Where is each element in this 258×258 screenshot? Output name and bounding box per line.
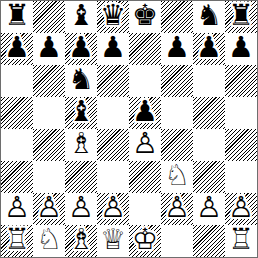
piece-halo: ♟	[129, 129, 161, 158]
piece-halo: ♚	[129, 225, 161, 254]
piece-halo: ♟	[65, 193, 97, 222]
square-f5[interactable]	[161, 97, 193, 129]
square-d5[interactable]	[97, 97, 129, 129]
square-c8[interactable]: ♝♝	[65, 1, 97, 33]
square-c6[interactable]: ♞♞	[65, 65, 97, 97]
piece-halo: ♞	[65, 65, 97, 94]
white-king: ♚♔	[129, 225, 161, 257]
square-c4[interactable]: ♝♗	[65, 129, 97, 161]
square-a3[interactable]	[1, 161, 33, 193]
square-a7[interactable]: ♟♟	[1, 33, 33, 65]
square-f1[interactable]	[161, 225, 193, 257]
piece-halo: ♟	[33, 193, 65, 222]
piece-halo: ♝	[65, 97, 97, 126]
white-queen: ♛♕	[97, 225, 129, 257]
piece-glyph: ♖	[1, 225, 33, 254]
piece-halo: ♜	[225, 225, 257, 254]
white-pawn: ♟♙	[129, 129, 161, 161]
square-b4[interactable]	[33, 129, 65, 161]
square-e8[interactable]: ♚♚	[129, 1, 161, 33]
black-pawn: ♟♟	[97, 33, 129, 65]
piece-glyph: ♙	[161, 193, 193, 222]
black-knight: ♞♞	[193, 1, 225, 33]
piece-glyph: ♙	[193, 193, 225, 222]
black-pawn: ♟♟	[129, 97, 161, 129]
square-b1[interactable]: ♞♘	[33, 225, 65, 257]
piece-halo: ♟	[193, 33, 225, 62]
square-h2[interactable]: ♟♙	[225, 193, 257, 225]
square-f8[interactable]	[161, 1, 193, 33]
black-bishop: ♝♝	[65, 97, 97, 129]
piece-halo: ♟	[193, 193, 225, 222]
black-bishop: ♝♝	[65, 1, 97, 33]
piece-halo: ♜	[225, 1, 257, 30]
square-h1[interactable]: ♜♖	[225, 225, 257, 257]
square-h5[interactable]	[225, 97, 257, 129]
piece-halo: ♟	[161, 33, 193, 62]
piece-glyph: ♙	[65, 193, 97, 222]
square-e6[interactable]	[129, 65, 161, 97]
black-pawn: ♟♟	[33, 33, 65, 65]
piece-glyph: ♝	[65, 1, 97, 30]
black-pawn: ♟♟	[225, 33, 257, 65]
square-c7[interactable]: ♟♟	[65, 33, 97, 65]
black-knight: ♞♞	[65, 65, 97, 97]
black-pawn: ♟♟	[161, 33, 193, 65]
piece-halo: ♞	[161, 161, 193, 190]
piece-glyph: ♟	[1, 33, 33, 62]
white-rook: ♜♖	[1, 225, 33, 257]
piece-halo: ♟	[161, 193, 193, 222]
piece-glyph: ♗	[65, 225, 97, 254]
square-g8[interactable]: ♞♞	[193, 1, 225, 33]
piece-glyph: ♙	[225, 193, 257, 222]
piece-glyph: ♗	[65, 129, 97, 158]
square-g2[interactable]: ♟♙	[193, 193, 225, 225]
white-bishop: ♝♗	[65, 225, 97, 257]
piece-glyph: ♞	[65, 65, 97, 94]
white-knight: ♞♘	[33, 225, 65, 257]
black-rook: ♜♜	[1, 1, 33, 33]
piece-halo: ♟	[97, 33, 129, 62]
white-pawn: ♟♙	[97, 193, 129, 225]
square-e5[interactable]: ♟♟	[129, 97, 161, 129]
piece-halo: ♜	[1, 225, 33, 254]
piece-halo: ♟	[225, 33, 257, 62]
square-f3[interactable]: ♞♘	[161, 161, 193, 193]
piece-glyph: ♟	[161, 33, 193, 62]
piece-halo: ♟	[129, 97, 161, 126]
black-king: ♚♚	[129, 1, 161, 33]
square-e2[interactable]	[129, 193, 161, 225]
white-rook: ♜♖	[225, 225, 257, 257]
white-pawn: ♟♙	[33, 193, 65, 225]
piece-glyph: ♞	[193, 1, 225, 30]
square-d3[interactable]	[97, 161, 129, 193]
square-h3[interactable]	[225, 161, 257, 193]
piece-glyph: ♖	[225, 225, 257, 254]
square-c3[interactable]	[65, 161, 97, 193]
square-b8[interactable]	[33, 1, 65, 33]
piece-glyph: ♜	[1, 1, 33, 30]
black-pawn: ♟♟	[65, 33, 97, 65]
black-pawn: ♟♟	[193, 33, 225, 65]
piece-glyph: ♕	[97, 225, 129, 254]
piece-halo: ♟	[97, 193, 129, 222]
white-knight: ♞♘	[161, 161, 193, 193]
square-b3[interactable]	[33, 161, 65, 193]
white-pawn: ♟♙	[225, 193, 257, 225]
square-e3[interactable]	[129, 161, 161, 193]
square-h8[interactable]: ♜♜	[225, 1, 257, 33]
piece-halo: ♛	[97, 1, 129, 30]
white-pawn: ♟♙	[65, 193, 97, 225]
piece-glyph: ♛	[97, 1, 129, 30]
square-b2[interactable]: ♟♙	[33, 193, 65, 225]
square-h6[interactable]	[225, 65, 257, 97]
square-f7[interactable]: ♟♟	[161, 33, 193, 65]
square-h7[interactable]: ♟♟	[225, 33, 257, 65]
square-c2[interactable]: ♟♙	[65, 193, 97, 225]
square-a8[interactable]: ♜♜	[1, 1, 33, 33]
piece-halo: ♝	[65, 225, 97, 254]
piece-halo: ♝	[65, 1, 97, 30]
square-e1[interactable]: ♚♔	[129, 225, 161, 257]
square-h4[interactable]	[225, 129, 257, 161]
piece-glyph: ♚	[129, 1, 161, 30]
piece-halo: ♟	[1, 33, 33, 62]
square-d2[interactable]: ♟♙	[97, 193, 129, 225]
square-e4[interactable]: ♟♙	[129, 129, 161, 161]
piece-halo: ♚	[129, 1, 161, 30]
piece-glyph: ♔	[129, 225, 161, 254]
piece-glyph: ♟	[97, 33, 129, 62]
square-g4[interactable]	[193, 129, 225, 161]
white-pawn: ♟♙	[1, 193, 33, 225]
square-f6[interactable]	[161, 65, 193, 97]
piece-glyph: ♙	[33, 193, 65, 222]
square-a1[interactable]: ♜♖	[1, 225, 33, 257]
piece-halo: ♟	[33, 33, 65, 62]
square-a4[interactable]	[1, 129, 33, 161]
square-g7[interactable]: ♟♟	[193, 33, 225, 65]
white-bishop: ♝♗	[65, 129, 97, 161]
square-g3[interactable]	[193, 161, 225, 193]
square-a2[interactable]: ♟♙	[1, 193, 33, 225]
piece-halo: ♟	[225, 193, 257, 222]
square-g6[interactable]	[193, 65, 225, 97]
piece-halo: ♜	[1, 1, 33, 30]
square-b7[interactable]: ♟♟	[33, 33, 65, 65]
chess-board: ♜♜♝♝♛♛♚♚♞♞♜♜♟♟♟♟♟♟♟♟♟♟♟♟♟♟♞♞♝♝♟♟♝♗♟♙♞♘♟♙…	[1, 1, 257, 257]
piece-glyph: ♟	[129, 97, 161, 126]
piece-halo: ♟	[1, 193, 33, 222]
black-pawn: ♟♟	[1, 33, 33, 65]
square-b5[interactable]	[33, 97, 65, 129]
square-e7[interactable]	[129, 33, 161, 65]
piece-glyph: ♟	[193, 33, 225, 62]
square-d8[interactable]: ♛♛	[97, 1, 129, 33]
piece-glyph: ♜	[225, 1, 257, 30]
piece-halo: ♞	[33, 225, 65, 254]
white-pawn: ♟♙	[193, 193, 225, 225]
piece-glyph: ♝	[65, 97, 97, 126]
black-queen: ♛♛	[97, 1, 129, 33]
piece-glyph: ♘	[161, 161, 193, 190]
piece-glyph: ♙	[97, 193, 129, 222]
piece-halo: ♝	[65, 129, 97, 158]
square-a5[interactable]	[1, 97, 33, 129]
square-d1[interactable]: ♛♕	[97, 225, 129, 257]
square-c1[interactable]: ♝♗	[65, 225, 97, 257]
piece-glyph: ♟	[33, 33, 65, 62]
piece-glyph: ♘	[33, 225, 65, 254]
piece-glyph: ♟	[65, 33, 97, 62]
square-g5[interactable]	[193, 97, 225, 129]
piece-glyph: ♙	[129, 129, 161, 158]
square-g1[interactable]	[193, 225, 225, 257]
square-d4[interactable]	[97, 129, 129, 161]
square-d6[interactable]	[97, 65, 129, 97]
white-pawn: ♟♙	[161, 193, 193, 225]
square-f2[interactable]: ♟♙	[161, 193, 193, 225]
square-c5[interactable]: ♝♝	[65, 97, 97, 129]
piece-halo: ♞	[193, 1, 225, 30]
square-f4[interactable]	[161, 129, 193, 161]
square-d7[interactable]: ♟♟	[97, 33, 129, 65]
piece-glyph: ♟	[225, 33, 257, 62]
square-b6[interactable]	[33, 65, 65, 97]
black-rook: ♜♜	[225, 1, 257, 33]
piece-halo: ♟	[65, 33, 97, 62]
square-a6[interactable]	[1, 65, 33, 97]
piece-glyph: ♙	[1, 193, 33, 222]
piece-halo: ♛	[97, 225, 129, 254]
chessboard-frame: ♜♜♝♝♛♛♚♚♞♞♜♜♟♟♟♟♟♟♟♟♟♟♟♟♟♟♞♞♝♝♟♟♝♗♟♙♞♘♟♙…	[0, 0, 258, 258]
